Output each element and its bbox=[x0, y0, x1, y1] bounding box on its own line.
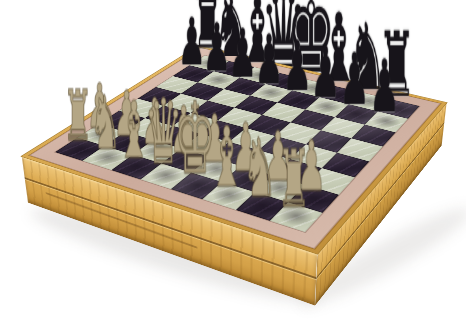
scene: ♜♞♝♛♚♝♞♜♟♟♟♟♟♟♟♟♟♟♟♟♟♟♟♟♜♞♝♛♚♝♞♜ bbox=[0, 0, 466, 333]
piece-glyph: ♜ bbox=[256, 140, 333, 219]
chess-set-photo: ♜♞♝♛♚♝♞♜♟♟♟♟♟♟♟♟♟♟♟♟♟♟♟♟♜♞♝♛♚♝♞♜ bbox=[0, 0, 466, 333]
wooden-box: ♜♞♝♛♚♝♞♜♟♟♟♟♟♟♟♟♟♟♟♟♟♟♟♟♜♞♝♛♚♝♞♜ bbox=[22, 45, 447, 253]
